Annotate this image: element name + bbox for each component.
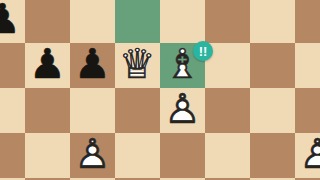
square-f6[interactable]	[205, 0, 250, 43]
white-queen-d5[interactable]: ♛♕	[115, 43, 160, 88]
white-pawn-outline-glyph: ♙	[295, 132, 320, 177]
square-h6[interactable]	[295, 0, 320, 43]
square-e2[interactable]	[160, 178, 205, 180]
black-pawn-glyph: ♟	[70, 42, 115, 87]
brilliant-move-badge: !!	[193, 41, 213, 61]
square-d6[interactable]	[115, 0, 160, 43]
square-b5[interactable]: ♟	[25, 43, 70, 88]
white-queen-outline-glyph: ♕	[115, 42, 160, 87]
black-pawn-glyph: ♟	[25, 42, 70, 87]
square-a6[interactable]: ♟	[0, 0, 25, 43]
square-b6[interactable]	[25, 0, 70, 43]
square-g2[interactable]	[250, 178, 295, 180]
square-d3[interactable]	[115, 133, 160, 178]
white-pawn-outline-glyph: ♙	[160, 87, 205, 132]
square-h2[interactable]	[295, 178, 320, 180]
square-a3[interactable]	[0, 133, 25, 178]
square-e6[interactable]	[160, 0, 205, 43]
square-g6[interactable]	[250, 0, 295, 43]
square-c2[interactable]	[70, 178, 115, 180]
chess-board: ♟♟♟♛♕♝♗♟♙♟♙♟♙	[0, 0, 320, 180]
square-f3[interactable]	[205, 133, 250, 178]
square-c4[interactable]	[70, 88, 115, 133]
square-c5[interactable]: ♟	[70, 43, 115, 88]
white-pawn-h3[interactable]: ♟♙	[295, 133, 320, 178]
square-e4[interactable]: ♟♙	[160, 88, 205, 133]
black-pawn-a6[interactable]: ♟	[0, 0, 25, 43]
square-b4[interactable]	[25, 88, 70, 133]
square-c6[interactable]	[70, 0, 115, 43]
chess-board-viewport: ♟♟♟♛♕♝♗♟♙♟♙♟♙ !!	[0, 0, 320, 180]
white-pawn-c3[interactable]: ♟♙	[70, 133, 115, 178]
square-b3[interactable]	[25, 133, 70, 178]
black-pawn-glyph: ♟	[0, 0, 25, 42]
square-f2[interactable]	[205, 178, 250, 180]
square-e3[interactable]	[160, 133, 205, 178]
square-b2[interactable]	[25, 178, 70, 180]
square-f4[interactable]	[205, 88, 250, 133]
black-pawn-c5[interactable]: ♟	[70, 43, 115, 88]
square-g3[interactable]	[250, 133, 295, 178]
square-a2[interactable]	[0, 178, 25, 180]
white-pawn-e4[interactable]: ♟♙	[160, 88, 205, 133]
square-g4[interactable]	[250, 88, 295, 133]
square-d5[interactable]: ♛♕	[115, 43, 160, 88]
square-c3[interactable]: ♟♙	[70, 133, 115, 178]
square-g5[interactable]	[250, 43, 295, 88]
square-h4[interactable]	[295, 88, 320, 133]
square-d4[interactable]	[115, 88, 160, 133]
square-h5[interactable]	[295, 43, 320, 88]
brilliant-move-badge-label: !!	[199, 44, 208, 59]
black-pawn-b5[interactable]: ♟	[25, 43, 70, 88]
square-a5[interactable]	[0, 43, 25, 88]
white-pawn-outline-glyph: ♙	[70, 132, 115, 177]
square-d2[interactable]	[115, 178, 160, 180]
square-h3[interactable]: ♟♙	[295, 133, 320, 178]
square-a4[interactable]	[0, 88, 25, 133]
